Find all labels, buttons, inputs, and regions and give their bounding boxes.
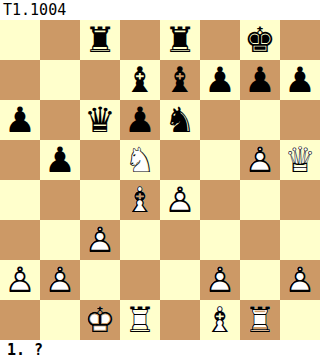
square-g3[interactable] (240, 220, 280, 260)
square-f2[interactable]: ♟♙ (200, 260, 240, 300)
square-f4[interactable] (200, 180, 240, 220)
square-f3[interactable] (200, 220, 240, 260)
square-h3[interactable] (280, 220, 320, 260)
square-e1[interactable] (160, 300, 200, 340)
status-bar: 1. ? (0, 340, 320, 360)
piece-outline-layer: ♙ (240, 140, 280, 180)
piece-outline-layer: ♔ (80, 300, 120, 340)
square-f1[interactable]: ♝♗ (200, 300, 240, 340)
piece-outline-layer: ♙ (160, 180, 200, 220)
piece-black-rook: ♜ (80, 20, 120, 60)
square-f7[interactable]: ♟ (200, 60, 240, 100)
piece-black-pawn: ♟ (280, 60, 320, 100)
square-g1[interactable]: ♜♖ (240, 300, 280, 340)
piece-white-bishop: ♝♗ (120, 180, 160, 220)
piece-outline-layer: ♖ (120, 300, 160, 340)
square-c6[interactable]: ♛ (80, 100, 120, 140)
piece-black-king: ♚ (240, 20, 280, 60)
square-b2[interactable]: ♟♙ (40, 260, 80, 300)
piece-black-bishop: ♝ (120, 60, 160, 100)
square-b8[interactable] (40, 20, 80, 60)
square-b7[interactable] (40, 60, 80, 100)
square-d5[interactable]: ♞♘ (120, 140, 160, 180)
square-e5[interactable] (160, 140, 200, 180)
piece-black-knight: ♞ (160, 100, 200, 140)
title-bar: T1.1004 (0, 0, 320, 20)
piece-white-pawn: ♟♙ (0, 260, 40, 300)
piece-white-queen: ♛♕ (280, 140, 320, 180)
square-a4[interactable] (0, 180, 40, 220)
piece-white-bishop: ♝♗ (200, 300, 240, 340)
square-a3[interactable] (0, 220, 40, 260)
square-h1[interactable] (280, 300, 320, 340)
square-d4[interactable]: ♝♗ (120, 180, 160, 220)
square-e4[interactable]: ♟♙ (160, 180, 200, 220)
square-b5[interactable]: ♟ (40, 140, 80, 180)
chess-board: ♜♜♚♝♝♟♟♟♟♛♟♞♟♞♘♟♙♛♕♝♗♟♙♟♙♟♙♟♙♟♙♟♙♚♔♜♖♝♗♜… (0, 20, 320, 340)
square-h5[interactable]: ♛♕ (280, 140, 320, 180)
square-e2[interactable] (160, 260, 200, 300)
piece-white-pawn: ♟♙ (240, 140, 280, 180)
piece-white-king: ♚♔ (80, 300, 120, 340)
piece-white-rook: ♜♖ (240, 300, 280, 340)
square-h4[interactable] (280, 180, 320, 220)
piece-black-pawn: ♟ (200, 60, 240, 100)
square-e7[interactable]: ♝ (160, 60, 200, 100)
piece-white-pawn: ♟♙ (80, 220, 120, 260)
square-g6[interactable] (240, 100, 280, 140)
square-b3[interactable] (40, 220, 80, 260)
square-e6[interactable]: ♞ (160, 100, 200, 140)
square-d3[interactable] (120, 220, 160, 260)
square-c1[interactable]: ♚♔ (80, 300, 120, 340)
piece-black-pawn: ♟ (0, 100, 40, 140)
square-c8[interactable]: ♜ (80, 20, 120, 60)
chess-puzzle-app: T1.1004 ♜♜♚♝♝♟♟♟♟♛♟♞♟♞♘♟♙♛♕♝♗♟♙♟♙♟♙♟♙♟♙♟… (0, 0, 320, 360)
square-e8[interactable]: ♜ (160, 20, 200, 60)
piece-outline-layer: ♙ (200, 260, 240, 300)
puzzle-title: T1.1004 (3, 1, 66, 19)
square-a7[interactable] (0, 60, 40, 100)
piece-black-queen: ♛ (80, 100, 120, 140)
piece-white-rook: ♜♖ (120, 300, 160, 340)
piece-outline-layer: ♗ (120, 180, 160, 220)
piece-outline-layer: ♙ (80, 220, 120, 260)
piece-black-pawn: ♟ (120, 100, 160, 140)
square-g2[interactable] (240, 260, 280, 300)
square-h8[interactable] (280, 20, 320, 60)
move-prompt: 1. ? (7, 341, 43, 359)
piece-outline-layer: ♗ (200, 300, 240, 340)
square-f5[interactable] (200, 140, 240, 180)
piece-outline-layer: ♘ (120, 140, 160, 180)
square-c2[interactable] (80, 260, 120, 300)
square-c3[interactable]: ♟♙ (80, 220, 120, 260)
piece-white-knight: ♞♘ (120, 140, 160, 180)
piece-outline-layer: ♕ (280, 140, 320, 180)
square-c7[interactable] (80, 60, 120, 100)
piece-outline-layer: ♖ (240, 300, 280, 340)
square-a6[interactable]: ♟ (0, 100, 40, 140)
square-c5[interactable] (80, 140, 120, 180)
piece-white-pawn: ♟♙ (280, 260, 320, 300)
square-a5[interactable] (0, 140, 40, 180)
piece-black-pawn: ♟ (240, 60, 280, 100)
square-g7[interactable]: ♟ (240, 60, 280, 100)
piece-outline-layer: ♙ (40, 260, 80, 300)
piece-white-pawn: ♟♙ (200, 260, 240, 300)
square-g8[interactable]: ♚ (240, 20, 280, 60)
square-c4[interactable] (80, 180, 120, 220)
square-d6[interactable]: ♟ (120, 100, 160, 140)
square-a1[interactable] (0, 300, 40, 340)
piece-outline-layer: ♙ (0, 260, 40, 300)
piece-white-pawn: ♟♙ (160, 180, 200, 220)
square-h6[interactable] (280, 100, 320, 140)
square-b4[interactable] (40, 180, 80, 220)
square-b1[interactable] (40, 300, 80, 340)
square-a8[interactable] (0, 20, 40, 60)
piece-black-rook: ♜ (160, 20, 200, 60)
square-f8[interactable] (200, 20, 240, 60)
square-g5[interactable]: ♟♙ (240, 140, 280, 180)
square-d1[interactable]: ♜♖ (120, 300, 160, 340)
square-b6[interactable] (40, 100, 80, 140)
piece-outline-layer: ♙ (280, 260, 320, 300)
square-d8[interactable] (120, 20, 160, 60)
square-f6[interactable] (200, 100, 240, 140)
piece-white-pawn: ♟♙ (40, 260, 80, 300)
square-a2[interactable]: ♟♙ (0, 260, 40, 300)
square-e3[interactable] (160, 220, 200, 260)
square-g4[interactable] (240, 180, 280, 220)
piece-black-bishop: ♝ (160, 60, 200, 100)
square-h2[interactable]: ♟♙ (280, 260, 320, 300)
square-d2[interactable] (120, 260, 160, 300)
piece-black-pawn: ♟ (40, 140, 80, 180)
square-d7[interactable]: ♝ (120, 60, 160, 100)
square-h7[interactable]: ♟ (280, 60, 320, 100)
